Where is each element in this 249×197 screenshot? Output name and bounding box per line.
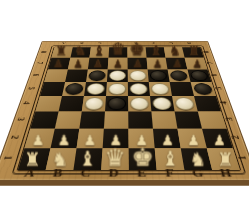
square-c6 (86, 69, 108, 82)
coord-label-B: B (72, 41, 91, 45)
square-b6 (65, 69, 88, 82)
square-e1: ♚ (128, 148, 156, 170)
piece-white-bishop-c1: ♝ (78, 149, 96, 169)
piece-white-pawn-b2: ♟ (57, 133, 70, 147)
square-a7: ♟ (47, 58, 69, 70)
square-f4 (150, 96, 175, 111)
square-f7: ♟ (146, 58, 167, 70)
square-f6 (147, 69, 169, 82)
white-checker-c5 (86, 83, 105, 94)
piece-white-king-e1: ♚ (131, 144, 153, 169)
square-g5 (169, 82, 193, 96)
piece-white-queen-d1: ♛ (104, 146, 125, 170)
coord-label-8: 8 (33, 49, 54, 55)
piece-white-knight-b1: ♞ (51, 151, 68, 170)
piece-black-pawn-d7: ♟ (112, 58, 122, 69)
square-b2: ♟ (50, 129, 79, 148)
piece-white-pawn-a2: ♟ (31, 133, 44, 147)
square-e3 (128, 111, 153, 128)
piece-white-rook-h1: ♜ (216, 151, 233, 170)
square-d3 (103, 111, 128, 128)
square-e5 (127, 82, 149, 96)
square-h2: ♟ (201, 129, 232, 148)
square-g7: ♟ (165, 58, 187, 70)
coord-label-E: E (126, 41, 144, 45)
square-a4 (35, 96, 62, 111)
square-b5 (62, 82, 86, 96)
white-checker-e5 (129, 83, 147, 94)
piece-white-pawn-c2: ♟ (83, 133, 96, 147)
square-d5 (106, 82, 128, 96)
square-g4 (172, 96, 198, 111)
coord-label-5: 5 (19, 84, 43, 92)
piece-black-pawn-b7: ♟ (73, 58, 83, 69)
square-c8: ♝ (89, 47, 109, 58)
square-c3 (79, 111, 105, 128)
square-c2: ♟ (76, 129, 103, 148)
product-photo-scene: ♜♞♝♛♚♝♞♜♟♟♟♟♟♟♟♟♟♟♟♟♟♟♟♟♜♞♝♛♚♝♞♜ ABCDEFG… (0, 0, 249, 197)
perspective-stage: ♜♞♝♛♚♝♞♜♟♟♟♟♟♟♟♟♟♟♟♟♟♟♟♟♜♞♝♛♚♝♞♜ ABCDEFG… (22, 0, 228, 197)
piece-black-pawn-c7: ♟ (93, 58, 103, 69)
square-f3 (151, 111, 177, 128)
square-a2: ♟ (24, 129, 54, 148)
coord-label-D: D (108, 41, 126, 45)
square-f5 (148, 82, 171, 96)
coord-label-8: 8 (195, 49, 216, 55)
piece-black-pawn-e7: ♟ (132, 58, 142, 69)
white-checker-f5 (150, 83, 169, 94)
square-g2: ♟ (177, 129, 206, 148)
piece-white-pawn-f2: ♟ (161, 133, 174, 147)
piece-black-knight-g8: ♞ (169, 45, 181, 58)
black-checker-f6 (149, 70, 167, 80)
square-a3 (30, 111, 58, 128)
square-d7: ♟ (107, 58, 127, 70)
square-e6 (127, 69, 148, 82)
piece-white-bishop-f1: ♝ (161, 149, 179, 169)
square-d4 (104, 96, 127, 111)
piece-black-bishop-c8: ♝ (92, 44, 104, 58)
coord-label-6: 6 (202, 72, 225, 79)
square-d6 (106, 69, 127, 82)
piece-white-pawn-h2: ♟ (212, 133, 225, 147)
coord-label-C: C (90, 41, 108, 45)
wooden-frame: ♜♞♝♛♚♝♞♜♟♟♟♟♟♟♟♟♟♟♟♟♟♟♟♟♜♞♝♛♚♝♞♜ ABCDEFG… (0, 41, 249, 186)
file-labels-top: ABCDEFGH (54, 41, 198, 45)
square-g3 (174, 111, 201, 128)
piece-white-knight-g1: ♞ (189, 151, 206, 170)
square-e7: ♟ (127, 58, 147, 70)
square-f8: ♝ (145, 47, 165, 58)
square-e8: ♚ (127, 47, 146, 58)
piece-white-rook-a1: ♜ (23, 151, 40, 170)
square-g6 (167, 69, 190, 82)
square-c4 (81, 96, 105, 111)
white-checker-g4 (174, 97, 195, 110)
coord-label-H: H (179, 41, 198, 45)
file-labels-bottom: ABCDEFGH (13, 165, 242, 181)
square-d1: ♛ (101, 148, 129, 170)
square-b7: ♟ (67, 58, 89, 70)
black-checker-c6 (88, 70, 106, 80)
piece-black-rook-a8: ♜ (55, 45, 67, 58)
white-checker-f4 (152, 97, 172, 110)
white-checker-c4 (84, 97, 104, 110)
black-checker-d4 (107, 97, 126, 110)
square-c7: ♟ (87, 58, 108, 70)
square-f2: ♟ (152, 129, 180, 148)
coord-label-7: 7 (29, 60, 51, 66)
black-checker-g6 (169, 70, 188, 80)
square-g8: ♞ (163, 47, 184, 58)
piece-black-pawn-g7: ♟ (172, 58, 182, 69)
square-a8: ♜ (51, 47, 72, 58)
square-d8: ♛ (108, 47, 127, 58)
white-checker-e4 (130, 97, 149, 110)
white-checker-e6 (129, 70, 146, 80)
coord-label-A: A (54, 41, 73, 45)
coord-label-G: G (162, 41, 181, 45)
coord-label-6: 6 (24, 72, 47, 79)
white-checker-d5 (108, 83, 126, 94)
square-c5 (84, 82, 107, 96)
chess-board: ♜♞♝♛♚♝♞♜♟♟♟♟♟♟♟♟♟♟♟♟♟♟♟♟♜♞♝♛♚♝♞♜ ABCDEFG… (0, 41, 249, 186)
square-b3 (54, 111, 81, 128)
piece-black-knight-b8: ♞ (74, 45, 86, 58)
piece-black-pawn-f7: ♟ (152, 58, 162, 69)
square-e4 (128, 96, 151, 111)
piece-white-pawn-g2: ♟ (186, 133, 199, 147)
piece-black-bishop-f8: ♝ (149, 44, 161, 58)
coord-label-5: 5 (206, 84, 230, 92)
coord-label-7: 7 (199, 60, 221, 66)
coord-label-F: F (144, 41, 162, 45)
piece-black-pawn-a7: ♟ (53, 58, 63, 69)
black-checker-b5 (64, 83, 84, 94)
white-checker-d6 (108, 70, 125, 80)
square-b4 (58, 96, 83, 111)
square-b8: ♞ (70, 47, 91, 58)
